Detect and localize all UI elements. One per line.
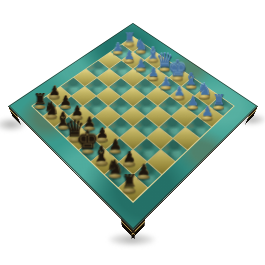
piece-base xyxy=(60,105,71,109)
piece-base xyxy=(83,126,95,130)
piece-base xyxy=(57,126,69,130)
piece-base xyxy=(49,95,60,99)
piece-base xyxy=(185,85,196,89)
square-g7: ♟ xyxy=(184,97,208,116)
square-b2: ♟ xyxy=(57,97,81,116)
piece-base xyxy=(34,105,45,109)
square-a1: ♜ xyxy=(32,97,56,116)
board-leg-right-corner xyxy=(244,105,258,126)
piece-base xyxy=(108,174,121,179)
piece-base xyxy=(69,137,81,141)
piece-base xyxy=(136,67,146,71)
board-leg-near-corner-right-face xyxy=(131,218,145,240)
piece-base xyxy=(187,105,198,109)
square-h5 xyxy=(174,128,199,150)
board-grid: ♜♞♝♛♚♝♞♜♟♟♟♟♟♟♟♟♟♟♟♟♟♟♟♟♜♞♝♛♚♝♞♜ xyxy=(31,36,235,203)
rook-glyph: ♜ xyxy=(123,33,135,45)
piece-base xyxy=(122,187,135,192)
piece-white-pawn: ♟ xyxy=(59,95,71,109)
pawn-glyph: ♟ xyxy=(113,42,123,52)
piece-base xyxy=(148,76,158,80)
piece-base xyxy=(212,105,223,109)
piece-base xyxy=(147,59,157,63)
piece-base xyxy=(172,76,182,80)
piece-base xyxy=(94,161,106,165)
piece-base xyxy=(201,115,212,119)
piece-white-pawn: ♟ xyxy=(71,105,83,119)
piece-base xyxy=(109,149,121,153)
board-leg-left-corner xyxy=(7,105,21,126)
piece-white-pawn: ♟ xyxy=(108,138,121,153)
piece-base xyxy=(136,51,146,55)
piece-base xyxy=(160,85,171,89)
piece-base xyxy=(198,95,209,99)
piece-base xyxy=(45,115,56,119)
rook-glyph: ♜ xyxy=(33,93,47,107)
chess-board: ♜♞♝♛♚♝♞♜♟♟♟♟♟♟♟♟♟♟♟♟♟♟♟♟♜♞♝♛♚♝♞♜ xyxy=(8,23,257,230)
piece-base xyxy=(124,59,134,63)
scene: ♜♞♝♛♚♝♞♜♟♟♟♟♟♟♟♟♟♟♟♟♟♟♟♟♜♞♝♛♚♝♞♜ xyxy=(0,0,265,265)
piece-base xyxy=(122,161,134,165)
piece-black-rook: ♜ xyxy=(211,93,225,109)
piece-black-rook: ♜ xyxy=(123,33,135,47)
piece-black-pawn: ♟ xyxy=(201,105,213,119)
piece-base xyxy=(81,149,93,153)
pawn-glyph: ♟ xyxy=(136,163,149,176)
pawn-glyph: ♟ xyxy=(48,85,59,97)
piece-base xyxy=(71,115,82,119)
product-photo: ♜♞♝♛♚♝♞♜♟♟♟♟♟♟♟♟♟♟♟♟♟♟♟♟♜♞♝♛♚♝♞♜ xyxy=(0,0,265,265)
piece-base xyxy=(137,174,150,179)
piece-white-rook: ♜ xyxy=(33,93,47,109)
piece-base xyxy=(159,67,169,71)
square-h4 xyxy=(161,139,187,162)
square-f2: ♟ xyxy=(106,139,132,162)
piece-white-pawn: ♟ xyxy=(48,85,59,98)
piece-base xyxy=(113,51,123,55)
piece-base xyxy=(173,95,184,99)
pawn-glyph: ♟ xyxy=(95,127,107,140)
piece-black-pawn: ♟ xyxy=(113,42,123,54)
piece-base xyxy=(124,43,134,47)
piece-base xyxy=(96,137,108,141)
